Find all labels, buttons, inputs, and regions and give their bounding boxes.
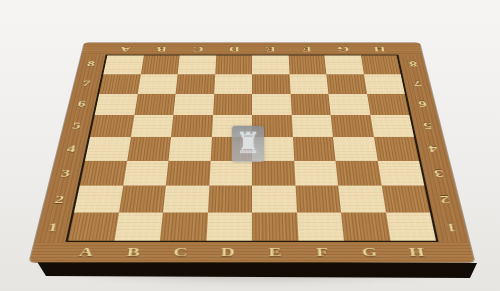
file-label-top-d: D (216, 44, 252, 53)
square-b7[interactable] (137, 74, 177, 94)
square-a1[interactable] (68, 212, 119, 240)
file-labels-bottom: ABCDEFGH (61, 242, 443, 262)
square-g4[interactable] (333, 137, 377, 161)
rank-label-left-7: 7 (80, 73, 93, 93)
square-d1[interactable] (206, 212, 252, 240)
square-g3[interactable] (335, 161, 381, 186)
rank-label-right-4: 4 (425, 137, 440, 161)
file-label-bottom-a: A (62, 245, 112, 260)
square-h8[interactable] (361, 55, 401, 74)
square-f7[interactable] (289, 74, 328, 94)
square-c5[interactable] (171, 115, 213, 137)
rank-label-left-3: 3 (58, 161, 74, 186)
square-c6[interactable] (173, 94, 213, 115)
file-label-bottom-b: B (109, 245, 158, 260)
square-f4[interactable] (293, 137, 336, 161)
file-label-bottom-g: G (346, 245, 395, 260)
rank-label-left-6: 6 (75, 93, 89, 114)
square-h5[interactable] (370, 115, 414, 137)
square-a2[interactable] (74, 186, 123, 213)
file-label-bottom-e: E (252, 245, 300, 260)
file-label-top-f: F (288, 44, 325, 53)
file-label-top-e: E (252, 44, 288, 53)
square-a6[interactable] (95, 94, 138, 115)
square-a7[interactable] (99, 74, 140, 94)
rank-label-right-3: 3 (430, 161, 446, 186)
square-a3[interactable] (80, 161, 127, 186)
square-e2[interactable] (252, 186, 296, 213)
file-label-bottom-h: H (392, 245, 442, 260)
square-a5[interactable] (90, 115, 134, 137)
square-c7[interactable] (176, 74, 215, 94)
ghost-rook-icon: ♜ (235, 129, 261, 158)
rank-label-right-8: 8 (406, 55, 419, 74)
square-f6[interactable] (290, 94, 330, 115)
square-h1[interactable] (385, 212, 436, 240)
square-b2[interactable] (119, 186, 166, 213)
square-d8[interactable] (215, 55, 252, 74)
square-d6[interactable] (213, 94, 252, 115)
square-b8[interactable] (140, 55, 179, 74)
square-g1[interactable] (341, 212, 390, 240)
file-label-bottom-f: F (299, 245, 347, 260)
rank-label-right-7: 7 (410, 73, 423, 93)
rank-label-right-5: 5 (420, 115, 435, 137)
square-e7[interactable] (252, 74, 290, 94)
rank-label-left-2: 2 (52, 186, 69, 213)
square-c4[interactable] (169, 137, 212, 161)
square-d3[interactable] (209, 161, 252, 186)
rank-label-right-1: 1 (442, 213, 459, 242)
rank-label-left-4: 4 (64, 137, 79, 161)
square-h6[interactable] (367, 94, 410, 115)
file-labels-top: ABCDEFGH (106, 43, 399, 55)
square-a4[interactable] (85, 137, 130, 161)
square-e1[interactable] (252, 212, 298, 240)
square-b5[interactable] (131, 115, 174, 137)
file-label-top-a: A (106, 44, 144, 53)
square-c1[interactable] (160, 212, 208, 240)
square-c2[interactable] (163, 186, 209, 213)
square-h4[interactable] (374, 137, 419, 161)
file-label-bottom-d: D (204, 245, 252, 260)
square-f2[interactable] (295, 186, 341, 213)
photo-background: ABCDEFGH ABCDEFGH 87654321 87654321 ♜ (0, 0, 500, 291)
square-f5[interactable] (291, 115, 333, 137)
rank-label-left-8: 8 (85, 55, 98, 74)
square-h3[interactable] (377, 161, 424, 186)
square-b3[interactable] (123, 161, 169, 186)
square-f8[interactable] (288, 55, 326, 74)
square-g7[interactable] (326, 74, 366, 94)
ghost-rook-watermark: ♜ (232, 126, 264, 162)
file-label-top-g: G (324, 44, 361, 53)
square-g6[interactable] (328, 94, 370, 115)
square-e6[interactable] (252, 94, 291, 115)
square-d2[interactable] (208, 186, 252, 213)
square-b6[interactable] (134, 94, 176, 115)
square-h2[interactable] (381, 186, 430, 213)
square-g2[interactable] (338, 186, 385, 213)
square-f3[interactable] (294, 161, 338, 186)
square-f1[interactable] (296, 212, 344, 240)
square-b4[interactable] (127, 137, 171, 161)
square-c3[interactable] (166, 161, 210, 186)
square-e8[interactable] (252, 55, 289, 74)
square-e3[interactable] (252, 161, 295, 186)
square-g8[interactable] (324, 55, 363, 74)
square-h7[interactable] (364, 74, 405, 94)
file-label-top-h: H (360, 44, 398, 53)
file-label-top-b: B (143, 44, 180, 53)
square-b1[interactable] (114, 212, 163, 240)
file-label-bottom-c: C (157, 245, 205, 260)
file-label-top-c: C (179, 44, 216, 53)
square-c8[interactable] (178, 55, 216, 74)
rank-label-right-6: 6 (415, 93, 429, 114)
square-a8[interactable] (103, 55, 143, 74)
square-g5[interactable] (331, 115, 374, 137)
rank-label-left-1: 1 (45, 213, 62, 242)
rank-label-left-5: 5 (70, 115, 85, 137)
square-d7[interactable] (214, 74, 252, 94)
rank-label-right-2: 2 (436, 186, 453, 213)
